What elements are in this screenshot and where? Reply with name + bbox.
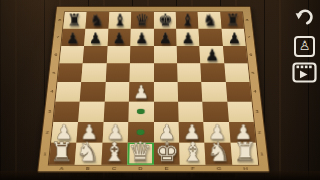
level-label: MONSTER LEVEL (62, 172, 134, 178)
square-h3[interactable] (227, 101, 254, 121)
piece-black-king[interactable]: ♚ (154, 12, 177, 28)
square-g3[interactable] (203, 101, 229, 121)
piece-black-rook[interactable]: ♜ (63, 12, 86, 28)
square-a7[interactable]: ♟ (61, 29, 85, 46)
rank-label-4-right: 4 (249, 82, 260, 101)
square-h8[interactable]: ♜ (220, 12, 244, 28)
square-h5[interactable] (224, 64, 249, 83)
piece-black-pawn[interactable]: ♟ (154, 31, 177, 46)
square-a3[interactable] (53, 101, 80, 121)
square-e4[interactable] (154, 82, 179, 101)
piece-white-knight[interactable]: ♞ (206, 138, 232, 165)
piece-black-knight[interactable]: ♞ (86, 12, 109, 28)
piece-black-pawn[interactable]: ♟ (107, 31, 130, 46)
piece-white-queen[interactable]: ♛ (127, 138, 153, 165)
square-b6[interactable] (83, 46, 107, 64)
piece-black-bishop[interactable]: ♝ (108, 12, 131, 28)
square-f4[interactable] (177, 82, 202, 101)
rank-label-5-left: 5 (48, 64, 59, 83)
square-f7[interactable]: ♟ (176, 29, 199, 46)
square-a4[interactable] (55, 82, 81, 101)
board-grid: ♜♞♝♛♚♝♞♜♟♟♟♟♟♟♟♟♟♟♟♟♟♟♟♟♜♞♝♛♚♝♞♜ (49, 12, 258, 165)
square-a8[interactable]: ♜ (63, 12, 87, 28)
piece-white-pawn[interactable]: ♟ (129, 83, 154, 101)
square-c1[interactable]: ♝ (101, 143, 128, 165)
square-c4[interactable] (104, 82, 129, 101)
square-f3[interactable] (178, 101, 204, 121)
square-d5[interactable] (130, 64, 154, 83)
square-d1[interactable]: ♛ (127, 143, 153, 165)
piece-black-pawn[interactable]: ♟ (84, 31, 107, 46)
square-g7[interactable] (199, 29, 223, 46)
square-f1[interactable]: ♝ (179, 143, 206, 165)
square-b7[interactable]: ♟ (84, 29, 108, 46)
piece-white-king[interactable]: ♚ (154, 138, 180, 165)
square-e5[interactable] (154, 64, 178, 83)
square-e8[interactable]: ♚ (154, 12, 177, 28)
square-h4[interactable] (225, 82, 251, 101)
square-a6[interactable] (59, 46, 84, 64)
square-g1[interactable]: ♞ (205, 143, 232, 165)
rank-label-5-right: 5 (248, 64, 259, 83)
status-bar: MONSTER LEVEL 2 White's move (0, 171, 320, 180)
piece-black-rook[interactable]: ♜ (221, 12, 244, 28)
rank-label-6-right: 6 (246, 46, 257, 64)
square-g6[interactable]: ♟ (200, 46, 224, 64)
pawn-outline-icon: ♙ (299, 39, 311, 52)
piece-black-pawn[interactable]: ♟ (61, 31, 84, 46)
piece-select-button[interactable]: ♙ (294, 36, 315, 57)
square-e1[interactable]: ♚ (154, 143, 180, 165)
square-f5[interactable] (177, 64, 201, 83)
piece-black-pawn[interactable]: ♟ (177, 31, 200, 46)
undo-button[interactable] (292, 5, 316, 29)
square-h7[interactable]: ♟ (221, 29, 245, 46)
square-f8[interactable]: ♝ (176, 12, 199, 28)
square-h1[interactable]: ♜ (230, 143, 258, 165)
square-c8[interactable]: ♝ (108, 12, 131, 28)
square-c5[interactable] (106, 64, 130, 83)
square-e6[interactable] (154, 46, 178, 64)
square-g8[interactable]: ♞ (198, 12, 221, 28)
square-e7[interactable]: ♟ (154, 29, 177, 46)
piece-white-bishop[interactable]: ♝ (180, 138, 206, 165)
piece-black-pawn[interactable]: ♟ (201, 48, 225, 64)
square-g4[interactable] (201, 82, 227, 101)
square-g5[interactable] (201, 64, 226, 83)
square-a1[interactable]: ♜ (49, 143, 77, 165)
square-c6[interactable] (106, 46, 130, 64)
rank-label-3-right: 3 (252, 101, 264, 121)
square-e3[interactable] (154, 101, 179, 121)
rank-label-6-left: 6 (51, 46, 62, 64)
film-play-icon (292, 71, 317, 86)
square-b8[interactable]: ♞ (86, 12, 109, 28)
square-a5[interactable] (58, 64, 83, 83)
square-d8[interactable]: ♛ (131, 12, 154, 28)
square-h6[interactable] (223, 46, 248, 64)
square-b4[interactable] (80, 82, 106, 101)
piece-white-rook[interactable]: ♜ (49, 138, 75, 165)
piece-black-knight[interactable]: ♞ (199, 12, 222, 28)
undo-arrow-icon (292, 17, 316, 32)
square-f6[interactable] (177, 46, 201, 64)
piece-white-knight[interactable]: ♞ (75, 138, 101, 165)
square-d7[interactable]: ♟ (130, 29, 153, 46)
square-d6[interactable] (130, 46, 154, 64)
chess-board: ♜♞♝♛♚♝♞♜♟♟♟♟♟♟♟♟♟♟♟♟♟♟♟♟♜♞♝♛♚♝♞♜ ABCDEFG… (37, 6, 270, 173)
square-c7[interactable]: ♟ (107, 29, 130, 46)
piece-black-bishop[interactable]: ♝ (176, 12, 199, 28)
square-b1[interactable]: ♞ (75, 143, 102, 165)
piece-white-bishop[interactable]: ♝ (101, 138, 127, 165)
piece-black-pawn[interactable]: ♟ (223, 31, 246, 46)
square-c3[interactable] (103, 101, 129, 121)
square-d4[interactable]: ♟ (129, 82, 154, 101)
square-b5[interactable] (82, 64, 107, 83)
square-d3[interactable] (128, 101, 153, 121)
piece-black-pawn[interactable]: ♟ (130, 31, 153, 46)
move-status: 2 White's move (168, 172, 254, 178)
replay-button[interactable] (292, 62, 317, 83)
piece-black-queen[interactable]: ♛ (131, 12, 154, 28)
piece-white-rook[interactable]: ♜ (232, 138, 258, 165)
square-b3[interactable] (78, 101, 104, 121)
